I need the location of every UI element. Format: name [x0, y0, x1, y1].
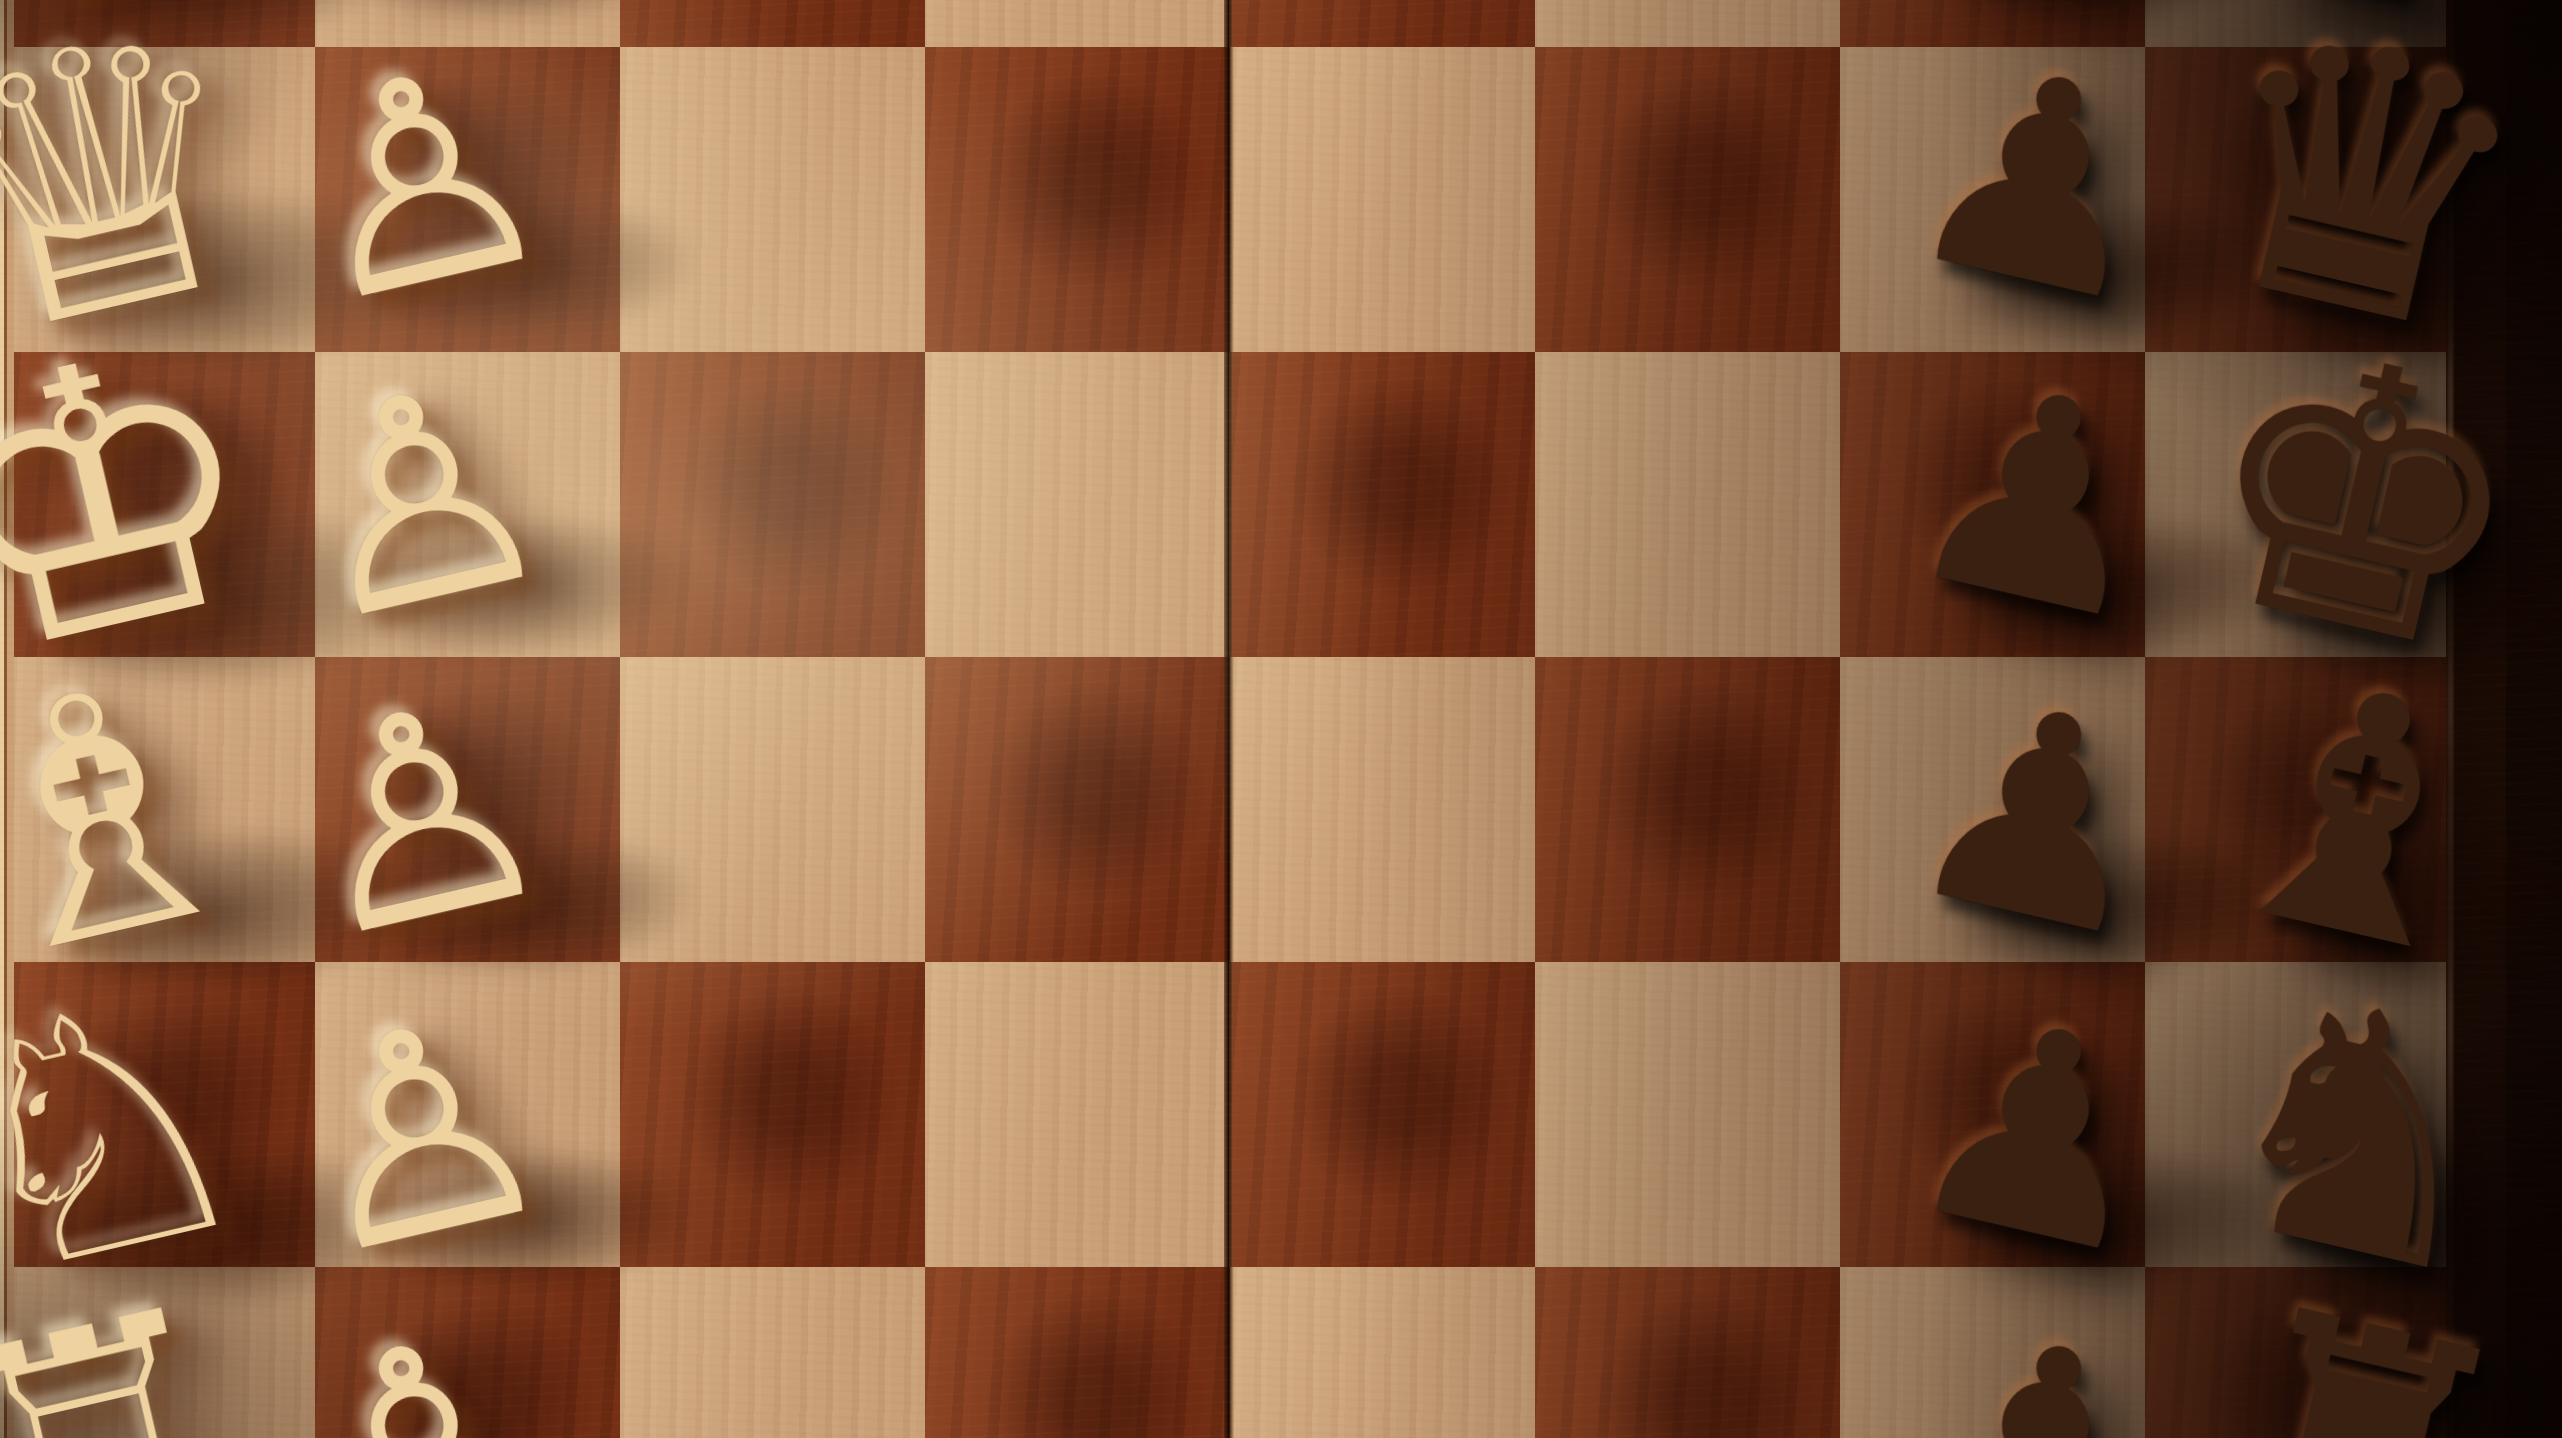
white-pawn-e2[interactable]: ♙: [253, 332, 589, 668]
pawn-glyph: ♙: [253, 15, 589, 351]
pawn-glyph: ♙: [253, 332, 589, 668]
black-pawn-h7[interactable]: ♟: [1872, 1284, 2208, 1438]
pawn-glyph: ♟: [1872, 1284, 2208, 1438]
white-pawn-g2[interactable]: ♙: [253, 967, 589, 1303]
pawn-glyph: ♙: [253, 1284, 589, 1438]
chess-board-photo: ♗♙♟♝♕♙♟♛♔♙♟♚♗♙♟♝♘♙♟♞♖♙♟♜: [0, 0, 2562, 1438]
white-pawn-d2[interactable]: ♙: [253, 15, 589, 351]
pieces-layer: ♗♙♟♝♕♙♟♛♔♙♟♚♗♙♟♝♘♙♟♞♖♙♟♜: [0, 0, 2562, 1438]
pawn-glyph: ♙: [253, 967, 589, 1303]
white-pawn-f2[interactable]: ♙: [253, 649, 589, 985]
pawn-glyph: ♙: [253, 649, 589, 985]
white-pawn-h2[interactable]: ♙: [253, 1284, 589, 1438]
